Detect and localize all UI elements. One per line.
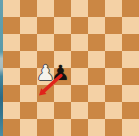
square-b2[interactable] <box>20 102 37 119</box>
square-a5[interactable] <box>3 51 20 68</box>
square-c2[interactable] <box>37 102 54 119</box>
square-a3[interactable] <box>3 85 20 102</box>
square-b6[interactable] <box>20 34 37 51</box>
square-f3[interactable] <box>88 85 105 102</box>
square-e6[interactable] <box>71 34 88 51</box>
square-e5[interactable] <box>71 51 88 68</box>
square-b3[interactable] <box>20 85 37 102</box>
square-c8[interactable] <box>37 0 54 17</box>
square-d1[interactable] <box>54 119 71 136</box>
square-h5[interactable] <box>122 51 139 68</box>
square-h6[interactable] <box>122 34 139 51</box>
square-f2[interactable] <box>88 102 105 119</box>
square-e8[interactable] <box>71 0 88 17</box>
square-c7[interactable] <box>37 17 54 34</box>
square-c6[interactable] <box>37 34 54 51</box>
square-g4[interactable] <box>105 68 122 85</box>
black-pawn[interactable]: ♟ <box>51 62 70 83</box>
square-h2[interactable] <box>122 102 139 119</box>
square-b1[interactable] <box>20 119 37 136</box>
square-f4[interactable] <box>88 68 105 85</box>
square-d2[interactable] <box>54 102 71 119</box>
square-c1[interactable] <box>37 119 54 136</box>
square-h3[interactable] <box>122 85 139 102</box>
square-g3[interactable] <box>105 85 122 102</box>
square-d7[interactable] <box>54 17 71 34</box>
square-g1[interactable] <box>105 119 122 136</box>
square-a2[interactable] <box>3 102 20 119</box>
square-a6[interactable] <box>3 34 20 51</box>
square-f8[interactable] <box>88 0 105 17</box>
square-b4[interactable] <box>20 68 37 85</box>
square-b7[interactable] <box>20 17 37 34</box>
square-c3[interactable] <box>37 85 54 102</box>
square-h4[interactable] <box>122 68 139 85</box>
square-a7[interactable] <box>3 17 20 34</box>
square-d8[interactable] <box>54 0 71 17</box>
square-e4[interactable] <box>71 68 88 85</box>
square-e3[interactable] <box>71 85 88 102</box>
square-d3[interactable] <box>54 85 71 102</box>
square-b8[interactable] <box>20 0 37 17</box>
square-h7[interactable] <box>122 17 139 34</box>
square-e7[interactable] <box>71 17 88 34</box>
square-a4[interactable] <box>3 68 20 85</box>
square-a1[interactable] <box>3 119 20 136</box>
square-g5[interactable] <box>105 51 122 68</box>
square-b5[interactable] <box>20 51 37 68</box>
chess-board <box>3 0 139 136</box>
square-a8[interactable] <box>3 0 20 17</box>
square-f7[interactable] <box>88 17 105 34</box>
square-h8[interactable] <box>122 0 139 17</box>
square-g8[interactable] <box>105 0 122 17</box>
square-e2[interactable] <box>71 102 88 119</box>
square-e1[interactable] <box>71 119 88 136</box>
square-d6[interactable] <box>54 34 71 51</box>
chess-lesson-screenshot: ♟♟ <box>0 0 139 136</box>
square-h1[interactable] <box>122 119 139 136</box>
square-f6[interactable] <box>88 34 105 51</box>
square-g2[interactable] <box>105 102 122 119</box>
square-f1[interactable] <box>88 119 105 136</box>
square-g6[interactable] <box>105 34 122 51</box>
square-f5[interactable] <box>88 51 105 68</box>
square-g7[interactable] <box>105 17 122 34</box>
